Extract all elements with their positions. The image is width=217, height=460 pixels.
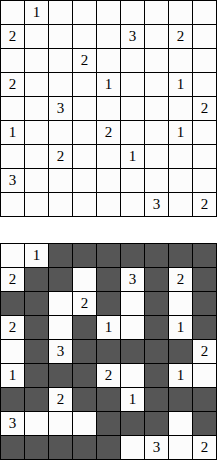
solution-cell-r8-c7: [145, 412, 168, 435]
solution-cell-r9-c8: [169, 436, 192, 459]
puzzle-cell-r3-c2[interactable]: [25, 49, 48, 72]
solution-cell-r9-c3: [49, 436, 72, 459]
solution-cell-r6-c2: [25, 364, 48, 387]
solution-cell-r9-c9: 2: [193, 436, 216, 459]
solution-cell-r6-c3: [49, 364, 72, 387]
puzzle-grid: 123222113212121332: [0, 0, 217, 217]
puzzle-cell-r5-c3[interactable]: 3: [49, 97, 72, 120]
puzzle-cell-r2-c4[interactable]: [73, 25, 96, 48]
solution-cell-r5-c6: [121, 340, 144, 363]
puzzle-cell-r7-c8[interactable]: [169, 145, 192, 168]
puzzle-cell-r1-c1[interactable]: [1, 1, 24, 24]
puzzle-cell-r5-c4[interactable]: [73, 97, 96, 120]
solution-cell-r4-c8: 1: [169, 316, 192, 339]
puzzle-cell-r3-c1[interactable]: [1, 49, 24, 72]
solution-cell-r1-c7: [145, 244, 168, 267]
puzzle-cell-r3-c3[interactable]: [49, 49, 72, 72]
puzzle-cell-r8-c1[interactable]: 3: [1, 169, 24, 192]
solution-cell-r8-c5: [97, 412, 120, 435]
puzzle-cell-r6-c9[interactable]: [193, 121, 216, 144]
puzzle-cell-r6-c1[interactable]: 1: [1, 121, 24, 144]
puzzle-cell-r9-c8[interactable]: [169, 193, 192, 216]
puzzle-cell-r9-c4[interactable]: [73, 193, 96, 216]
solution-cell-r1-c4: [73, 244, 96, 267]
puzzle-cell-r8-c4[interactable]: [73, 169, 96, 192]
solution-cell-r7-c4: [73, 388, 96, 411]
solution-cell-r7-c3: 2: [49, 388, 72, 411]
solution-cell-r1-c6: [121, 244, 144, 267]
puzzle-cell-r6-c7[interactable]: [145, 121, 168, 144]
puzzle-cell-r1-c8[interactable]: [169, 1, 192, 24]
solution-cell-r1-c9: [193, 244, 216, 267]
solution-cell-r1-c8: [169, 244, 192, 267]
solution-cell-r9-c5: [97, 436, 120, 459]
solution-cell-r3-c5: [97, 292, 120, 315]
puzzle-cell-r3-c6[interactable]: [121, 49, 144, 72]
solution-cell-r7-c1: [1, 388, 24, 411]
solution-cell-r6-c7: [145, 364, 168, 387]
solution-cell-r8-c6: [121, 412, 144, 435]
solution-cell-r4-c4: [73, 316, 96, 339]
solution-cell-r1-c3: [49, 244, 72, 267]
puzzle-cell-r8-c9[interactable]: [193, 169, 216, 192]
solution-cell-r8-c3: [49, 412, 72, 435]
puzzle-cell-r5-c1[interactable]: [1, 97, 24, 120]
solution-cell-r2-c7: [145, 268, 168, 291]
puzzle-cell-r8-c2[interactable]: [25, 169, 48, 192]
solution-cell-r6-c1: 1: [1, 364, 24, 387]
solution-cell-r2-c9: [193, 268, 216, 291]
solution-cell-r7-c6: 1: [121, 388, 144, 411]
puzzle-cell-r1-c4[interactable]: [73, 1, 96, 24]
solution-cell-r2-c4: [73, 268, 96, 291]
puzzle-cell-r9-c7[interactable]: 3: [145, 193, 168, 216]
puzzle-cell-r7-c4[interactable]: [73, 145, 96, 168]
puzzle-cell-r4-c5[interactable]: 1: [97, 73, 120, 96]
puzzle-cell-r8-c8[interactable]: [169, 169, 192, 192]
puzzle-cell-r3-c4[interactable]: 2: [73, 49, 96, 72]
puzzle-cell-r2-c7[interactable]: [145, 25, 168, 48]
solution-cell-r7-c9: [193, 388, 216, 411]
solution-cell-r4-c5: 1: [97, 316, 120, 339]
puzzle-cell-r8-c5[interactable]: [97, 169, 120, 192]
puzzle-cell-r5-c8[interactable]: [169, 97, 192, 120]
solution-cell-r2-c5: [97, 268, 120, 291]
solution-cell-r8-c1: 3: [1, 412, 24, 435]
puzzle-cell-r5-c5[interactable]: [97, 97, 120, 120]
solution-cell-r3-c8: [169, 292, 192, 315]
puzzle-cell-r6-c4[interactable]: [73, 121, 96, 144]
puzzle-cell-r2-c6[interactable]: 3: [121, 25, 144, 48]
puzzle-cell-r5-c7[interactable]: [145, 97, 168, 120]
solution-cell-r5-c5: [97, 340, 120, 363]
solution-cell-r6-c5: 2: [97, 364, 120, 387]
solution-cell-r2-c3: [49, 268, 72, 291]
puzzle-cell-r9-c1[interactable]: [1, 193, 24, 216]
solution-cell-r5-c3: 3: [49, 340, 72, 363]
solution-cell-r9-c4: [73, 436, 96, 459]
solution-cell-r5-c7: [145, 340, 168, 363]
solution-cell-r4-c3: [49, 316, 72, 339]
puzzle-page: 123222113212121332 123222113212121332: [0, 0, 217, 460]
puzzle-cell-r5-c2[interactable]: [25, 97, 48, 120]
puzzle-cell-r9-c3[interactable]: [49, 193, 72, 216]
puzzle-cell-r6-c6[interactable]: [121, 121, 144, 144]
solution-cell-r1-c1: [1, 244, 24, 267]
puzzle-cell-r8-c3[interactable]: [49, 169, 72, 192]
puzzle-cell-r8-c7[interactable]: [145, 169, 168, 192]
puzzle-cell-r1-c5[interactable]: [97, 1, 120, 24]
solution-cell-r8-c4: [73, 412, 96, 435]
solution-cell-r9-c7: 3: [145, 436, 168, 459]
solution-cell-r2-c1: 2: [1, 268, 24, 291]
puzzle-cell-r2-c3[interactable]: [49, 25, 72, 48]
puzzle-cell-r7-c5[interactable]: [97, 145, 120, 168]
puzzle-cell-r3-c8[interactable]: [169, 49, 192, 72]
puzzle-cell-r7-c7[interactable]: [145, 145, 168, 168]
solution-cell-r7-c7: [145, 388, 168, 411]
solution-cell-r1-c5: [97, 244, 120, 267]
puzzle-cell-r9-c5[interactable]: [97, 193, 120, 216]
puzzle-cell-r4-c6[interactable]: [121, 73, 144, 96]
puzzle-cell-r7-c1[interactable]: [1, 145, 24, 168]
solution-cell-r5-c2: [25, 340, 48, 363]
solution-cell-r6-c9: [193, 364, 216, 387]
solution-cell-r8-c2: [25, 412, 48, 435]
solution-cell-r3-c2: [25, 292, 48, 315]
puzzle-cell-r7-c3[interactable]: 2: [49, 145, 72, 168]
puzzle-cell-r4-c2[interactable]: [25, 73, 48, 96]
solution-cell-r9-c1: [1, 436, 24, 459]
puzzle-cell-r4-c7[interactable]: [145, 73, 168, 96]
solution-cell-r8-c8: [169, 412, 192, 435]
puzzle-cell-r1-c2[interactable]: 1: [25, 1, 48, 24]
puzzle-cell-r7-c9[interactable]: [193, 145, 216, 168]
solution-cell-r4-c2: [25, 316, 48, 339]
solution-cell-r6-c8: 1: [169, 364, 192, 387]
puzzle-cell-r2-c1[interactable]: 2: [1, 25, 24, 48]
solution-cell-r2-c6: 3: [121, 268, 144, 291]
puzzle-cell-r2-c8[interactable]: 2: [169, 25, 192, 48]
solution-cell-r3-c7: [145, 292, 168, 315]
solution-cell-r9-c6: [121, 436, 144, 459]
solution-cell-r6-c6: [121, 364, 144, 387]
solution-cell-r5-c4: [73, 340, 96, 363]
puzzle-cell-r3-c5[interactable]: [97, 49, 120, 72]
puzzle-cell-r4-c3[interactable]: [49, 73, 72, 96]
puzzle-cell-r4-c9[interactable]: [193, 73, 216, 96]
puzzle-cell-r5-c6[interactable]: [121, 97, 144, 120]
solution-cell-r8-c9: [193, 412, 216, 435]
solution-cell-r4-c6: [121, 316, 144, 339]
puzzle-cell-r4-c1[interactable]: 2: [1, 73, 24, 96]
solution-cell-r6-c4: [73, 364, 96, 387]
puzzle-cell-r6-c3[interactable]: [49, 121, 72, 144]
solution-cell-r7-c8: [169, 388, 192, 411]
puzzle-cell-r3-c7[interactable]: [145, 49, 168, 72]
puzzle-cell-r6-c5[interactable]: 2: [97, 121, 120, 144]
puzzle-cell-r1-c3[interactable]: [49, 1, 72, 24]
solution-cell-r2-c8: 2: [169, 268, 192, 291]
puzzle-cell-r7-c2[interactable]: [25, 145, 48, 168]
solution-grid: 123222113212121332: [0, 243, 217, 460]
puzzle-cell-r1-c7[interactable]: [145, 1, 168, 24]
solution-cell-r5-c9: 2: [193, 340, 216, 363]
solution-cell-r2-c2: [25, 268, 48, 291]
puzzle-cell-r4-c4[interactable]: [73, 73, 96, 96]
solution-cell-r4-c7: [145, 316, 168, 339]
solution-cell-r5-c8: [169, 340, 192, 363]
solution-cell-r3-c6: [121, 292, 144, 315]
grid-spacer: [0, 217, 217, 243]
solution-cell-r9-c2: [25, 436, 48, 459]
solution-cell-r4-c1: 2: [1, 316, 24, 339]
puzzle-cell-r9-c9[interactable]: 2: [193, 193, 216, 216]
solution-cell-r3-c9: [193, 292, 216, 315]
puzzle-cell-r4-c8[interactable]: 1: [169, 73, 192, 96]
solution-cell-r3-c1: [1, 292, 24, 315]
puzzle-cell-r5-c9[interactable]: 2: [193, 97, 216, 120]
puzzle-cell-r9-c2[interactable]: [25, 193, 48, 216]
puzzle-cell-r8-c6[interactable]: [121, 169, 144, 192]
puzzle-cell-r2-c2[interactable]: [25, 25, 48, 48]
puzzle-cell-r3-c9[interactable]: [193, 49, 216, 72]
solution-cell-r5-c1: [1, 340, 24, 363]
puzzle-cell-r6-c8[interactable]: 1: [169, 121, 192, 144]
solution-cell-r3-c3: [49, 292, 72, 315]
solution-cell-r1-c2: 1: [25, 244, 48, 267]
puzzle-cell-r2-c9[interactable]: [193, 25, 216, 48]
solution-cell-r4-c9: [193, 316, 216, 339]
solution-cell-r7-c2: [25, 388, 48, 411]
puzzle-cell-r9-c6[interactable]: [121, 193, 144, 216]
puzzle-cell-r7-c6[interactable]: 1: [121, 145, 144, 168]
puzzle-cell-r1-c6[interactable]: [121, 1, 144, 24]
solution-cell-r7-c5: [97, 388, 120, 411]
solution-cell-r3-c4: 2: [73, 292, 96, 315]
puzzle-cell-r2-c5[interactable]: [97, 25, 120, 48]
puzzle-cell-r6-c2[interactable]: [25, 121, 48, 144]
puzzle-cell-r1-c9[interactable]: [193, 1, 216, 24]
